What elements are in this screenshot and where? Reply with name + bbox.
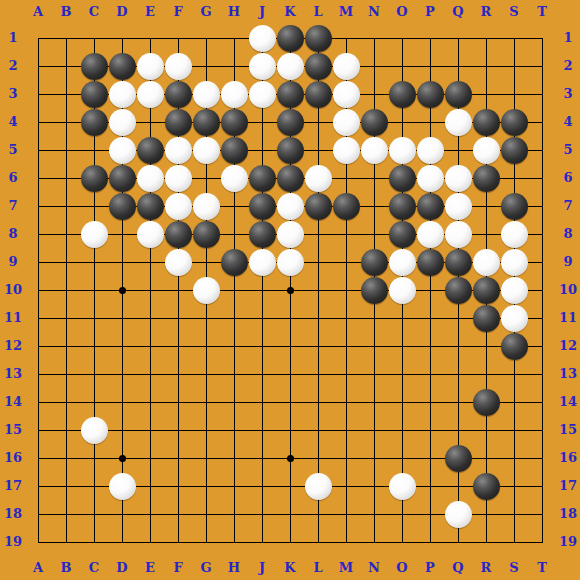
column-label-F: F <box>164 4 192 20</box>
stone-R9-white <box>473 249 500 276</box>
row-label-18: 18 <box>555 506 580 522</box>
row-label-5: 5 <box>555 142 580 158</box>
stone-Q16-black <box>445 445 472 472</box>
stone-E6-white <box>137 165 164 192</box>
stone-Q7-white <box>445 193 472 220</box>
stone-F8-black <box>165 221 192 248</box>
column-label-J: J <box>248 560 276 576</box>
column-label-L: L <box>304 4 332 20</box>
column-label-B: B <box>52 4 80 20</box>
column-label-D: D <box>108 4 136 20</box>
row-label-3: 3 <box>0 86 26 102</box>
row-label-4: 4 <box>0 114 26 130</box>
row-label-18: 18 <box>0 506 26 522</box>
stone-S9-white <box>501 249 528 276</box>
column-label-O: O <box>388 4 416 20</box>
stone-H6-white <box>221 165 248 192</box>
stone-L1-black <box>305 25 332 52</box>
stone-Q4-white <box>445 109 472 136</box>
row-label-14: 14 <box>0 394 26 410</box>
row-label-6: 6 <box>555 170 580 186</box>
row-label-17: 17 <box>0 478 26 494</box>
stone-R10-black <box>473 277 500 304</box>
stone-R14-black <box>473 389 500 416</box>
stone-S7-black <box>501 193 528 220</box>
row-label-16: 16 <box>0 450 26 466</box>
stone-D17-white <box>109 473 136 500</box>
column-label-C: C <box>80 4 108 20</box>
stone-D4-white <box>109 109 136 136</box>
stone-M5-white <box>333 137 360 164</box>
stone-F6-white <box>165 165 192 192</box>
stone-R11-black <box>473 305 500 332</box>
row-label-13: 13 <box>555 366 580 382</box>
stone-J9-white <box>249 249 276 276</box>
stone-D6-black <box>109 165 136 192</box>
row-label-1: 1 <box>555 30 580 46</box>
row-label-9: 9 <box>0 254 26 270</box>
row-label-19: 19 <box>555 534 580 550</box>
column-label-N: N <box>360 4 388 20</box>
stone-F7-white <box>165 193 192 220</box>
hoshi-dot <box>287 287 294 294</box>
column-label-P: P <box>416 4 444 20</box>
stone-H5-black <box>221 137 248 164</box>
stone-J7-black <box>249 193 276 220</box>
stone-O5-white <box>389 137 416 164</box>
column-label-L: L <box>304 560 332 576</box>
column-label-H: H <box>220 560 248 576</box>
stone-L6-white <box>305 165 332 192</box>
column-label-S: S <box>500 560 528 576</box>
stone-M3-white <box>333 81 360 108</box>
stone-N4-black <box>361 109 388 136</box>
stone-P5-white <box>417 137 444 164</box>
stone-O7-black <box>389 193 416 220</box>
column-label-O: O <box>388 560 416 576</box>
stone-J1-white <box>249 25 276 52</box>
stone-R4-black <box>473 109 500 136</box>
stone-L2-black <box>305 53 332 80</box>
stone-F2-white <box>165 53 192 80</box>
stone-R6-black <box>473 165 500 192</box>
column-label-M: M <box>332 4 360 20</box>
stone-M2-white <box>333 53 360 80</box>
hoshi-dot <box>119 287 126 294</box>
stone-Q18-white <box>445 501 472 528</box>
stone-S12-black <box>501 333 528 360</box>
stone-P9-black <box>417 249 444 276</box>
stone-O9-white <box>389 249 416 276</box>
stone-G4-black <box>193 109 220 136</box>
column-label-A: A <box>24 560 52 576</box>
stone-O17-white <box>389 473 416 500</box>
stone-F4-black <box>165 109 192 136</box>
row-label-7: 7 <box>0 198 26 214</box>
row-label-3: 3 <box>555 86 580 102</box>
stone-C4-black <box>81 109 108 136</box>
column-label-Q: Q <box>444 560 472 576</box>
stone-Q6-white <box>445 165 472 192</box>
column-label-G: G <box>192 4 220 20</box>
row-label-11: 11 <box>555 310 580 326</box>
stone-K4-black <box>277 109 304 136</box>
column-label-J: J <box>248 4 276 20</box>
row-label-8: 8 <box>555 226 580 242</box>
stone-C3-black <box>81 81 108 108</box>
row-label-12: 12 <box>555 338 580 354</box>
column-label-E: E <box>136 4 164 20</box>
row-label-15: 15 <box>0 422 26 438</box>
stone-Q8-white <box>445 221 472 248</box>
stone-G7-white <box>193 193 220 220</box>
column-label-R: R <box>472 4 500 20</box>
hoshi-dot <box>119 455 126 462</box>
column-label-G: G <box>192 560 220 576</box>
stone-N9-black <box>361 249 388 276</box>
stone-E8-white <box>137 221 164 248</box>
stone-G3-white <box>193 81 220 108</box>
stone-L17-white <box>305 473 332 500</box>
row-label-9: 9 <box>555 254 580 270</box>
stone-M4-white <box>333 109 360 136</box>
stone-H9-black <box>221 249 248 276</box>
stone-J3-white <box>249 81 276 108</box>
stone-S10-white <box>501 277 528 304</box>
stone-S4-black <box>501 109 528 136</box>
stone-J8-black <box>249 221 276 248</box>
row-label-10: 10 <box>555 282 580 298</box>
stone-P7-black <box>417 193 444 220</box>
stone-N5-white <box>361 137 388 164</box>
stone-L3-black <box>305 81 332 108</box>
stone-D3-white <box>109 81 136 108</box>
row-label-17: 17 <box>555 478 580 494</box>
stone-P8-white <box>417 221 444 248</box>
column-label-K: K <box>276 560 304 576</box>
stone-K5-black <box>277 137 304 164</box>
row-label-19: 19 <box>0 534 26 550</box>
stone-K2-white <box>277 53 304 80</box>
stone-C6-black <box>81 165 108 192</box>
column-label-T: T <box>528 4 556 20</box>
row-label-14: 14 <box>555 394 580 410</box>
stone-Q10-black <box>445 277 472 304</box>
stone-K3-black <box>277 81 304 108</box>
stone-P6-white <box>417 165 444 192</box>
stone-D2-black <box>109 53 136 80</box>
stone-S11-white <box>501 305 528 332</box>
column-label-E: E <box>136 560 164 576</box>
column-label-A: A <box>24 4 52 20</box>
stone-O10-white <box>389 277 416 304</box>
column-label-T: T <box>528 560 556 576</box>
stone-O3-black <box>389 81 416 108</box>
stone-J6-black <box>249 165 276 192</box>
column-label-K: K <box>276 4 304 20</box>
stone-K8-white <box>277 221 304 248</box>
stone-K6-black <box>277 165 304 192</box>
stone-C8-white <box>81 221 108 248</box>
stone-R5-white <box>473 137 500 164</box>
stone-E7-black <box>137 193 164 220</box>
column-label-N: N <box>360 560 388 576</box>
row-label-2: 2 <box>555 58 580 74</box>
hoshi-dot <box>287 455 294 462</box>
stone-E2-white <box>137 53 164 80</box>
stone-F9-white <box>165 249 192 276</box>
stone-F3-black <box>165 81 192 108</box>
row-label-2: 2 <box>0 58 26 74</box>
column-label-D: D <box>108 560 136 576</box>
stone-G8-black <box>193 221 220 248</box>
column-label-M: M <box>332 560 360 576</box>
row-label-15: 15 <box>555 422 580 438</box>
stone-E3-white <box>137 81 164 108</box>
stone-O6-black <box>389 165 416 192</box>
column-label-P: P <box>416 560 444 576</box>
column-label-B: B <box>52 560 80 576</box>
stone-O8-black <box>389 221 416 248</box>
stone-N10-black <box>361 277 388 304</box>
stone-L7-black <box>305 193 332 220</box>
go-board-app: ABCDEFGHJKLMNOPQRST ABCDEFGHJKLMNOPQRST … <box>0 0 580 580</box>
row-label-10: 10 <box>0 282 26 298</box>
row-label-4: 4 <box>555 114 580 130</box>
stone-Q9-black <box>445 249 472 276</box>
column-label-S: S <box>500 4 528 20</box>
stone-K7-white <box>277 193 304 220</box>
stone-H3-white <box>221 81 248 108</box>
row-label-6: 6 <box>0 170 26 186</box>
row-label-8: 8 <box>0 226 26 242</box>
stone-S5-black <box>501 137 528 164</box>
column-label-Q: Q <box>444 4 472 20</box>
stone-H4-black <box>221 109 248 136</box>
stone-P3-black <box>417 81 444 108</box>
column-label-C: C <box>80 560 108 576</box>
stone-K1-black <box>277 25 304 52</box>
row-label-1: 1 <box>0 30 26 46</box>
stone-G5-white <box>193 137 220 164</box>
stone-Q3-black <box>445 81 472 108</box>
stone-J2-white <box>249 53 276 80</box>
row-label-11: 11 <box>0 310 26 326</box>
stone-F5-white <box>165 137 192 164</box>
row-label-12: 12 <box>0 338 26 354</box>
stone-E5-black <box>137 137 164 164</box>
stone-C15-white <box>81 417 108 444</box>
stone-R17-black <box>473 473 500 500</box>
stone-C2-black <box>81 53 108 80</box>
stone-D5-white <box>109 137 136 164</box>
column-label-R: R <box>472 560 500 576</box>
row-label-16: 16 <box>555 450 580 466</box>
stone-M7-black <box>333 193 360 220</box>
column-label-H: H <box>220 4 248 20</box>
stone-D7-black <box>109 193 136 220</box>
stone-S8-white <box>501 221 528 248</box>
column-label-F: F <box>164 560 192 576</box>
row-label-7: 7 <box>555 198 580 214</box>
row-label-5: 5 <box>0 142 26 158</box>
row-label-13: 13 <box>0 366 26 382</box>
stone-G10-white <box>193 277 220 304</box>
stone-K9-white <box>277 249 304 276</box>
